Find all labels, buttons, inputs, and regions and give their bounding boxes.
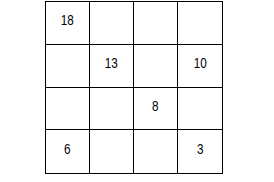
cell-r2c4[interactable]: 10: [178, 45, 222, 88]
cell-r3c2[interactable]: [90, 88, 134, 131]
cell-r3c3[interactable]: 8: [134, 88, 178, 131]
cell-value: 3: [197, 141, 204, 156]
cell-r4c4[interactable]: 3: [178, 130, 222, 173]
cell-value: 8: [152, 98, 159, 113]
cell-r4c2[interactable]: [90, 130, 134, 173]
cell-r2c2[interactable]: 13: [90, 45, 134, 88]
cell-r4c1[interactable]: 6: [46, 130, 90, 173]
cell-value: 10: [193, 55, 206, 70]
cell-r2c3[interactable]: [134, 45, 178, 88]
cell-r2c1[interactable]: [46, 45, 90, 88]
cell-value: 13: [105, 55, 118, 70]
cell-r3c1[interactable]: [46, 88, 90, 131]
cell-r4c3[interactable]: [134, 130, 178, 173]
puzzle-grid: 18 13 10 8 6 3: [45, 1, 223, 174]
cell-value: 18: [61, 12, 74, 27]
cell-r1c1[interactable]: 18: [46, 2, 90, 45]
cell-r1c4[interactable]: [178, 2, 222, 45]
cell-r3c4[interactable]: [178, 88, 222, 131]
cell-r1c2[interactable]: [90, 2, 134, 45]
cell-r1c3[interactable]: [134, 2, 178, 45]
cell-value: 6: [64, 141, 71, 156]
